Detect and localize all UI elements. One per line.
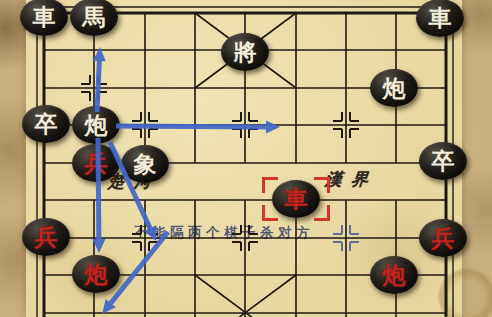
piece-glyph: 兵	[432, 227, 455, 250]
piece-glyph: 象	[134, 153, 157, 176]
red-piece-兵[interactable]: 兵	[419, 219, 467, 257]
piece-glyph: 兵	[85, 152, 108, 175]
black-piece-卒[interactable]: 卒	[22, 105, 70, 143]
black-piece-卒[interactable]: 卒	[419, 142, 467, 180]
red-piece-炮[interactable]: 炮	[370, 256, 418, 294]
red-piece-兵[interactable]: 兵	[72, 144, 120, 182]
black-piece-車[interactable]: 車	[416, 0, 464, 37]
piece-glyph: 炮	[85, 263, 108, 286]
piece-glyph: 馬	[83, 6, 106, 29]
piece-glyph: 卒	[35, 113, 58, 136]
black-piece-象[interactable]: 象	[121, 145, 169, 183]
piece-glyph: 將	[234, 41, 257, 64]
piece-glyph: 炮	[85, 114, 108, 137]
red-piece-炮[interactable]: 炮	[72, 255, 120, 293]
xiangqi-tutorial-screen: 楚河 漢界 不能隔两个棋子杀对方 車馬將車炮卒炮卒兵象車兵炮兵炮	[0, 0, 492, 317]
black-piece-將[interactable]: 將	[221, 33, 269, 71]
selection-brackets	[262, 177, 330, 221]
piece-glyph: 兵	[35, 226, 58, 249]
piece-glyph: 炮	[383, 264, 406, 287]
piece-glyph: 車	[429, 7, 452, 30]
piece-glyph: 卒	[432, 150, 455, 173]
black-piece-炮[interactable]: 炮	[72, 106, 120, 144]
black-piece-炮[interactable]: 炮	[370, 69, 418, 107]
red-piece-兵[interactable]: 兵	[22, 218, 70, 256]
piece-glyph: 車	[33, 6, 56, 29]
piece-glyph: 炮	[383, 77, 406, 100]
